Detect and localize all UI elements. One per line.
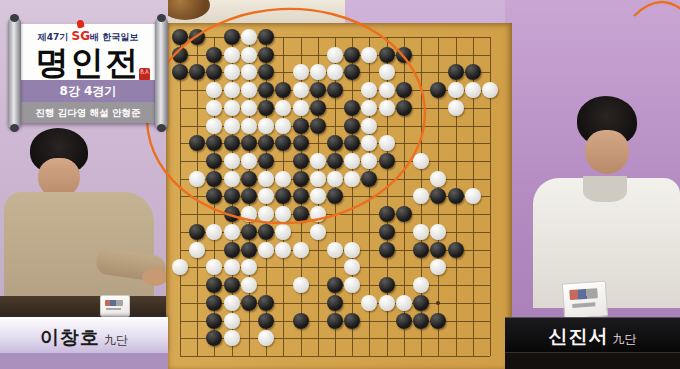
white-stone — [379, 82, 395, 98]
black-stone — [396, 100, 412, 116]
black-stone — [430, 242, 446, 258]
right-lower-strip — [505, 353, 680, 369]
white-stone — [206, 224, 222, 240]
white-stone — [258, 171, 274, 187]
grid-line-vertical — [352, 37, 353, 356]
white-stone — [241, 100, 257, 116]
white-stone — [310, 206, 326, 222]
black-stone — [206, 295, 222, 311]
right-player-collar — [583, 176, 627, 202]
black-stone — [344, 118, 360, 134]
black-stone — [327, 295, 343, 311]
black-stone — [361, 171, 377, 187]
white-stone — [344, 153, 360, 169]
white-stone — [327, 64, 343, 80]
black-stone — [310, 82, 326, 98]
black-stone — [465, 64, 481, 80]
right-player-face — [585, 130, 629, 174]
white-stone — [327, 242, 343, 258]
black-stone — [241, 242, 257, 258]
white-stone — [258, 188, 274, 204]
black-stone — [396, 47, 412, 63]
white-stone — [241, 259, 257, 275]
black-stone — [327, 277, 343, 293]
sponsor-logo-text — [106, 308, 121, 311]
banner-round: 8강 4경기 — [19, 80, 157, 102]
black-stone — [172, 64, 188, 80]
white-stone — [379, 295, 395, 311]
banner-staff: 진행 김다영 해설 안형준 — [19, 102, 157, 123]
white-stone — [413, 277, 429, 293]
white-stone — [224, 171, 240, 187]
white-stone — [413, 153, 429, 169]
black-stone — [293, 188, 309, 204]
right-player-nameplate: 신진서九단 — [505, 317, 680, 353]
black-stone — [258, 153, 274, 169]
white-stone — [224, 82, 240, 98]
sponsor-logo — [570, 288, 598, 300]
go-board — [166, 23, 512, 369]
black-stone — [430, 313, 446, 329]
white-stone — [293, 82, 309, 98]
title-banner: 제47기 SG배 한국일보 명인전 名人 8강 4경기 진행 김다영 해설 안형… — [8, 11, 168, 135]
white-stone — [293, 242, 309, 258]
black-stone — [327, 82, 343, 98]
black-stone — [379, 224, 395, 240]
sponsor-sign-left — [100, 295, 130, 317]
black-stone — [379, 277, 395, 293]
black-stone — [258, 100, 274, 116]
black-stone — [413, 295, 429, 311]
white-stone — [379, 135, 395, 151]
black-stone — [258, 82, 274, 98]
black-stone — [206, 47, 222, 63]
black-stone — [206, 188, 222, 204]
white-stone — [258, 206, 274, 222]
white-stone — [293, 100, 309, 116]
black-stone — [293, 313, 309, 329]
white-stone — [275, 242, 291, 258]
black-stone — [448, 64, 464, 80]
black-stone — [189, 29, 205, 45]
white-stone — [275, 224, 291, 240]
black-stone — [189, 64, 205, 80]
white-stone — [430, 259, 446, 275]
white-stone — [344, 171, 360, 187]
white-stone — [275, 171, 291, 187]
black-stone — [258, 29, 274, 45]
white-stone — [379, 64, 395, 80]
white-stone — [361, 47, 377, 63]
black-stone — [327, 135, 343, 151]
black-stone — [413, 242, 429, 258]
white-stone — [172, 259, 188, 275]
black-stone — [206, 153, 222, 169]
white-stone — [396, 295, 412, 311]
scroll-roller-left — [8, 17, 21, 129]
white-stone — [241, 118, 257, 134]
left-lower-strip — [0, 353, 168, 369]
black-stone — [430, 188, 446, 204]
black-stone — [224, 242, 240, 258]
white-stone — [258, 330, 274, 346]
black-stone — [258, 47, 274, 63]
white-stone — [224, 100, 240, 116]
white-stone — [224, 64, 240, 80]
black-stone — [293, 135, 309, 151]
white-stone — [448, 82, 464, 98]
black-stone — [379, 153, 395, 169]
right-player-scene — [505, 0, 680, 369]
white-stone — [310, 224, 326, 240]
white-stone — [361, 82, 377, 98]
black-stone — [241, 224, 257, 240]
black-stone — [275, 188, 291, 204]
black-stone — [206, 330, 222, 346]
white-stone — [241, 82, 257, 98]
white-stone — [224, 118, 240, 134]
black-stone — [344, 100, 360, 116]
sg-mascot-icon — [76, 19, 85, 28]
black-stone — [224, 206, 240, 222]
black-stone — [275, 135, 291, 151]
black-stone — [224, 135, 240, 151]
black-stone — [189, 135, 205, 151]
black-stone — [344, 135, 360, 151]
white-stone — [482, 82, 498, 98]
white-stone — [413, 188, 429, 204]
white-stone — [310, 64, 326, 80]
white-stone — [258, 118, 274, 134]
black-stone — [293, 206, 309, 222]
white-stone — [379, 100, 395, 116]
white-stone — [448, 100, 464, 116]
black-stone — [430, 82, 446, 98]
black-stone — [396, 82, 412, 98]
white-stone — [206, 100, 222, 116]
black-stone — [206, 277, 222, 293]
black-stone — [310, 100, 326, 116]
black-stone — [241, 188, 257, 204]
left-player-rank: 九단 — [104, 333, 128, 347]
white-stone — [224, 153, 240, 169]
white-stone — [430, 171, 446, 187]
white-stone — [293, 64, 309, 80]
star-point — [436, 301, 440, 305]
white-stone — [224, 295, 240, 311]
black-stone — [310, 118, 326, 134]
right-player-name: 신진서 — [549, 325, 609, 347]
black-stone — [344, 313, 360, 329]
black-stone — [448, 242, 464, 258]
white-stone — [310, 171, 326, 187]
black-stone — [379, 206, 395, 222]
white-stone — [361, 135, 377, 151]
black-stone — [172, 29, 188, 45]
white-stone — [189, 242, 205, 258]
black-stone — [206, 171, 222, 187]
black-stone — [327, 153, 343, 169]
white-stone — [465, 188, 481, 204]
black-stone — [293, 153, 309, 169]
black-stone — [258, 64, 274, 80]
scroll-roller-right — [155, 17, 168, 129]
white-stone — [344, 242, 360, 258]
white-stone — [224, 259, 240, 275]
white-stone — [327, 47, 343, 63]
broadcast-frame: 제47기 SG배 한국일보 명인전 名人 8강 4경기 진행 김다영 해설 안형… — [0, 0, 680, 369]
white-stone — [344, 277, 360, 293]
white-stone — [361, 100, 377, 116]
white-stone — [361, 118, 377, 134]
black-stone — [344, 47, 360, 63]
white-stone — [241, 47, 257, 63]
black-stone — [224, 29, 240, 45]
black-stone — [258, 135, 274, 151]
white-stone — [413, 224, 429, 240]
sponsor-logo — [105, 300, 123, 306]
black-stone — [241, 171, 257, 187]
left-player-name: 이창호 — [40, 326, 100, 348]
white-stone — [224, 224, 240, 240]
black-stone — [396, 206, 412, 222]
white-stone — [275, 118, 291, 134]
left-player-hand — [142, 268, 168, 286]
black-stone — [241, 295, 257, 311]
right-player-rank: 九단 — [613, 332, 637, 346]
black-stone — [275, 82, 291, 98]
black-stone — [206, 313, 222, 329]
white-stone — [465, 82, 481, 98]
white-stone — [241, 64, 257, 80]
white-stone — [310, 188, 326, 204]
left-player-nameplate: 이창호九단 — [0, 317, 168, 353]
white-stone — [275, 206, 291, 222]
black-stone — [413, 313, 429, 329]
black-stone — [293, 118, 309, 134]
black-stone — [327, 313, 343, 329]
black-stone — [327, 188, 343, 204]
white-stone — [258, 242, 274, 258]
white-stone — [206, 82, 222, 98]
sponsor-sign-right — [562, 281, 608, 320]
white-stone — [224, 313, 240, 329]
grid-line-horizontal — [180, 356, 490, 357]
black-stone — [293, 171, 309, 187]
black-stone — [206, 135, 222, 151]
black-stone — [379, 242, 395, 258]
white-stone — [206, 259, 222, 275]
black-stone — [448, 188, 464, 204]
white-stone — [189, 171, 205, 187]
white-stone — [241, 206, 257, 222]
black-stone — [189, 224, 205, 240]
white-stone — [361, 295, 377, 311]
black-stone — [206, 64, 222, 80]
white-stone — [430, 224, 446, 240]
white-stone — [310, 153, 326, 169]
black-stone — [258, 224, 274, 240]
white-stone — [241, 153, 257, 169]
black-stone — [379, 47, 395, 63]
black-stone — [258, 295, 274, 311]
white-stone — [241, 277, 257, 293]
black-stone — [241, 135, 257, 151]
left-table-edge — [0, 296, 168, 318]
white-stone — [241, 29, 257, 45]
black-stone — [258, 313, 274, 329]
white-stone — [361, 153, 377, 169]
white-stone — [206, 118, 222, 134]
black-stone — [396, 313, 412, 329]
sponsor-logo-text — [572, 302, 595, 308]
white-stone — [293, 277, 309, 293]
white-stone — [327, 171, 343, 187]
black-stone — [224, 277, 240, 293]
black-stone — [224, 188, 240, 204]
black-stone — [172, 47, 188, 63]
black-stone — [344, 64, 360, 80]
white-stone — [344, 259, 360, 275]
white-stone — [224, 47, 240, 63]
white-stone — [275, 100, 291, 116]
white-stone — [224, 330, 240, 346]
